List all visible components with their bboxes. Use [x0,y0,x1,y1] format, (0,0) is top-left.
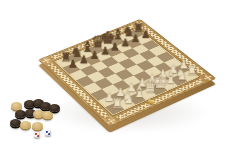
piece-black-pawn[interactable]: ♟ [111,42,121,53]
piece-black-pawn[interactable]: ♟ [121,38,131,49]
die[interactable] [34,132,40,138]
piece-black-pawn[interactable]: ♟ [131,34,141,45]
checker-light[interactable] [42,111,53,119]
chess-field: ♜♞♝♛♚♝♞♜♟♟♟♟♟♟♟♟♟♟♟♟♟♟♟♟♜♞♝♛♚♝♞♜ [54,28,199,116]
die[interactable] [45,130,51,136]
piece-black-pawn[interactable]: ♟ [100,46,110,57]
checker-light[interactable] [32,122,43,130]
piece-black-pawn[interactable]: ♟ [141,30,150,41]
checker-light[interactable] [11,102,22,110]
piece-white-rook[interactable]: ♜ [111,96,123,110]
checker-light[interactable] [20,121,31,129]
product-photo: ♜♞♝♛♚♝♞♜♟♟♟♟♟♟♟♟♟♟♟♟♟♟♟♟♜♞♝♛♚♝♞♜ [0,0,240,150]
piece-black-pawn[interactable]: ♟ [68,59,78,70]
piece-black-pawn[interactable]: ♟ [79,55,89,66]
square-e4[interactable] [126,65,144,76]
piece-black-pawn[interactable]: ♟ [90,50,100,61]
square-d4[interactable] [116,69,134,80]
chess-board: ♜♞♝♛♚♝♞♜♟♟♟♟♟♟♟♟♟♟♟♟♟♟♟♟♜♞♝♛♚♝♞♜ [38,19,216,127]
